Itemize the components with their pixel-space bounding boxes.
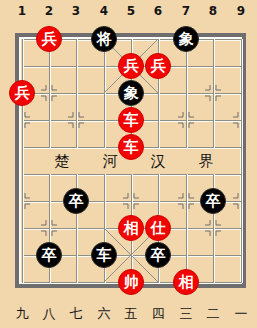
point-mark	[189, 123, 194, 128]
piece-black-pawn[interactable]: 卒	[200, 188, 226, 214]
xiangqi-board: 123456789 楚河汉界 兵将象兵兵兵象车车卒卒相仕卒车卒帅相 九八七六五四…	[0, 0, 257, 328]
point-mark	[189, 204, 194, 209]
point-mark	[134, 193, 139, 198]
point-mark	[178, 123, 183, 128]
point-mark	[123, 193, 128, 198]
file-label-5: 5	[123, 3, 139, 19]
file-label-2: 2	[41, 3, 57, 19]
point-mark	[25, 123, 30, 128]
point-mark	[178, 193, 183, 198]
point-mark	[25, 112, 30, 117]
point-mark	[52, 96, 57, 101]
point-mark	[41, 231, 46, 236]
point-mark	[216, 96, 221, 101]
point-mark	[178, 204, 183, 209]
point-mark	[216, 231, 221, 236]
rank-label-四: 四	[150, 306, 166, 322]
file-label-9: 9	[233, 3, 249, 19]
point-mark	[41, 96, 46, 101]
point-mark	[233, 112, 238, 117]
piece-red-pawn[interactable]: 兵	[36, 26, 62, 52]
point-mark	[41, 220, 46, 225]
point-mark	[205, 231, 210, 236]
piece-black-pawn[interactable]: 卒	[145, 242, 171, 268]
point-mark	[205, 85, 210, 90]
river-char-1: 楚	[54, 153, 70, 169]
point-mark	[68, 123, 73, 128]
piece-red-pawn[interactable]: 兵	[145, 53, 171, 79]
piece-red-advisor[interactable]: 仕	[145, 215, 171, 241]
river-char-2: 河	[102, 153, 118, 169]
point-mark	[233, 123, 238, 128]
point-mark	[205, 96, 210, 101]
point-mark	[205, 220, 210, 225]
rank-label-九: 九	[14, 306, 30, 322]
piece-black-elephant[interactable]: 象	[173, 26, 199, 52]
file-label-3: 3	[68, 3, 84, 19]
point-mark	[233, 193, 238, 198]
point-mark	[216, 85, 221, 90]
rank-label-五: 五	[123, 306, 139, 322]
rank-label-一: 一	[233, 306, 249, 322]
piece-red-rook[interactable]: 车	[118, 134, 144, 160]
point-mark	[178, 112, 183, 117]
point-mark	[233, 204, 238, 209]
rank-label-七: 七	[68, 306, 84, 322]
point-mark	[25, 204, 30, 209]
river-char-4: 界	[198, 153, 214, 169]
piece-red-pawn[interactable]: 兵	[118, 53, 144, 79]
file-label-6: 6	[150, 3, 166, 19]
piece-red-rook[interactable]: 车	[118, 107, 144, 133]
point-mark	[41, 85, 46, 90]
piece-black-pawn[interactable]: 卒	[36, 242, 62, 268]
piece-black-pawn[interactable]: 卒	[63, 188, 89, 214]
point-mark	[189, 112, 194, 117]
point-mark	[123, 204, 128, 209]
point-mark	[68, 112, 73, 117]
point-mark	[79, 123, 84, 128]
rank-label-三: 三	[178, 306, 194, 322]
file-label-4: 4	[96, 3, 112, 19]
file-label-7: 7	[178, 3, 194, 19]
point-mark	[134, 204, 139, 209]
rank-label-八: 八	[41, 306, 57, 322]
piece-red-elephant[interactable]: 相	[118, 215, 144, 241]
river-char-3: 汉	[150, 153, 166, 169]
file-label-1: 1	[14, 3, 30, 19]
rank-label-六: 六	[96, 306, 112, 322]
point-mark	[52, 220, 57, 225]
point-mark	[216, 220, 221, 225]
piece-red-pawn[interactable]: 兵	[9, 80, 35, 106]
piece-red-elephant[interactable]: 相	[173, 269, 199, 295]
piece-black-elephant[interactable]: 象	[118, 80, 144, 106]
point-mark	[25, 193, 30, 198]
point-mark	[189, 193, 194, 198]
piece-black-rook[interactable]: 车	[91, 242, 117, 268]
piece-red-king[interactable]: 帅	[118, 269, 144, 295]
point-mark	[52, 231, 57, 236]
rank-label-二: 二	[205, 306, 221, 322]
point-mark	[52, 85, 57, 90]
point-mark	[79, 112, 84, 117]
piece-black-king[interactable]: 将	[91, 26, 117, 52]
file-label-8: 8	[205, 3, 221, 19]
